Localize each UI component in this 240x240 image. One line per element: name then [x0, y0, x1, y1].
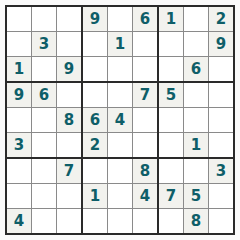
sudoku-box-7: 74 — [7, 159, 81, 233]
cell-r2c6[interactable] — [133, 32, 157, 56]
cell-r3c8[interactable]: 6 — [184, 57, 208, 81]
sudoku-box-5: 7642 — [83, 83, 157, 157]
cell-r2c8[interactable] — [184, 32, 208, 56]
sudoku-box-1: 319 — [7, 7, 81, 81]
cell-r6c7[interactable] — [159, 133, 183, 157]
cell-r4c6[interactable]: 7 — [133, 83, 157, 107]
cell-r8c9[interactable] — [209, 184, 233, 208]
cell-r7c8[interactable] — [184, 159, 208, 183]
cell-r8c7[interactable]: 7 — [159, 184, 183, 208]
cell-r7c3[interactable]: 7 — [57, 159, 81, 183]
cell-r4c4[interactable] — [83, 83, 107, 107]
cell-r3c4[interactable] — [83, 57, 107, 81]
cell-r6c9[interactable] — [209, 133, 233, 157]
sudoku-box-6: 51 — [159, 83, 233, 157]
cell-r1c3[interactable] — [57, 7, 81, 31]
cell-r9c6[interactable] — [133, 209, 157, 233]
cell-r5c4[interactable]: 6 — [83, 108, 107, 132]
cell-r8c3[interactable] — [57, 184, 81, 208]
cell-r4c2[interactable]: 6 — [32, 83, 56, 107]
cell-r1c7[interactable]: 1 — [159, 7, 183, 31]
cell-r5c3[interactable]: 8 — [57, 108, 81, 132]
cell-r4c3[interactable] — [57, 83, 81, 107]
cell-r9c1[interactable]: 4 — [7, 209, 31, 233]
cell-r2c5[interactable]: 1 — [108, 32, 132, 56]
cell-r3c6[interactable] — [133, 57, 157, 81]
cell-r5c5[interactable]: 4 — [108, 108, 132, 132]
cell-r9c7[interactable] — [159, 209, 183, 233]
cell-r2c7[interactable] — [159, 32, 183, 56]
cell-r9c5[interactable] — [108, 209, 132, 233]
cell-r5c2[interactable] — [32, 108, 56, 132]
cell-r6c8[interactable]: 1 — [184, 133, 208, 157]
cell-r8c2[interactable] — [32, 184, 56, 208]
cell-r7c4[interactable] — [83, 159, 107, 183]
cell-r4c8[interactable] — [184, 83, 208, 107]
cell-r3c9[interactable] — [209, 57, 233, 81]
cell-r5c1[interactable] — [7, 108, 31, 132]
cell-r8c1[interactable] — [7, 184, 31, 208]
cell-r8c6[interactable]: 4 — [133, 184, 157, 208]
cell-r2c3[interactable] — [57, 32, 81, 56]
cell-r8c4[interactable]: 1 — [83, 184, 107, 208]
cell-r1c4[interactable]: 9 — [83, 7, 107, 31]
cell-r7c1[interactable] — [7, 159, 31, 183]
cell-r5c9[interactable] — [209, 108, 233, 132]
cell-r3c3[interactable]: 9 — [57, 57, 81, 81]
cell-r6c4[interactable]: 2 — [83, 133, 107, 157]
cell-r1c2[interactable] — [32, 7, 56, 31]
cell-r5c7[interactable] — [159, 108, 183, 132]
cell-r8c5[interactable] — [108, 184, 132, 208]
sudoku-box-9: 3758 — [159, 159, 233, 233]
sudoku-page: 31996112969683764251748143758 — [0, 0, 240, 240]
cell-r9c2[interactable] — [32, 209, 56, 233]
cell-r7c6[interactable]: 8 — [133, 159, 157, 183]
cell-r2c2[interactable]: 3 — [32, 32, 56, 56]
sudoku-box-3: 1296 — [159, 7, 233, 81]
cell-r3c1[interactable]: 1 — [7, 57, 31, 81]
cell-r6c6[interactable] — [133, 133, 157, 157]
cell-r7c2[interactable] — [32, 159, 56, 183]
cell-r9c8[interactable]: 8 — [184, 209, 208, 233]
cell-r2c4[interactable] — [83, 32, 107, 56]
cell-r9c4[interactable] — [83, 209, 107, 233]
cell-r7c9[interactable]: 3 — [209, 159, 233, 183]
cell-r7c7[interactable] — [159, 159, 183, 183]
cell-r9c3[interactable] — [57, 209, 81, 233]
cell-r6c2[interactable] — [32, 133, 56, 157]
sudoku-box-4: 9683 — [7, 83, 81, 157]
sudoku-box-8: 814 — [83, 159, 157, 233]
cell-r6c1[interactable]: 3 — [7, 133, 31, 157]
cell-r4c9[interactable] — [209, 83, 233, 107]
cell-r4c5[interactable] — [108, 83, 132, 107]
cell-r8c8[interactable]: 5 — [184, 184, 208, 208]
cell-r1c9[interactable]: 2 — [209, 7, 233, 31]
cell-r1c6[interactable]: 6 — [133, 7, 157, 31]
cell-r1c1[interactable] — [7, 7, 31, 31]
cell-r7c5[interactable] — [108, 159, 132, 183]
cell-r3c2[interactable] — [32, 57, 56, 81]
cell-r2c9[interactable]: 9 — [209, 32, 233, 56]
cell-r5c8[interactable] — [184, 108, 208, 132]
cell-r4c1[interactable]: 9 — [7, 83, 31, 107]
cell-r5c6[interactable] — [133, 108, 157, 132]
cell-r3c7[interactable] — [159, 57, 183, 81]
cell-r1c8[interactable] — [184, 7, 208, 31]
cell-r6c3[interactable] — [57, 133, 81, 157]
cell-r1c5[interactable] — [108, 7, 132, 31]
cell-r9c9[interactable] — [209, 209, 233, 233]
cell-r4c7[interactable]: 5 — [159, 83, 183, 107]
sudoku-board: 31996112969683764251748143758 — [5, 5, 235, 235]
cell-r3c5[interactable] — [108, 57, 132, 81]
cell-r2c1[interactable] — [7, 32, 31, 56]
cell-r6c5[interactable] — [108, 133, 132, 157]
sudoku-box-2: 961 — [83, 7, 157, 81]
